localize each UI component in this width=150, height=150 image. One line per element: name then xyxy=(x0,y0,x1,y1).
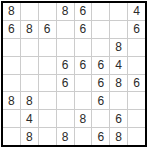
cell-r5c8[interactable]: 6 xyxy=(128,75,145,92)
cell-r7c8[interactable] xyxy=(128,110,145,127)
cell-r8c8[interactable] xyxy=(128,128,145,145)
cell-r2c8[interactable]: 6 xyxy=(128,21,145,38)
cell-r1c2[interactable] xyxy=(21,3,38,20)
cell-r3c5[interactable] xyxy=(75,39,92,56)
cell-r1c7[interactable] xyxy=(110,3,127,20)
cell-r6c1[interactable]: 8 xyxy=(3,92,20,109)
cell-r6c8[interactable] xyxy=(128,92,145,109)
cell-r2c6[interactable] xyxy=(92,21,109,38)
cell-r5c7[interactable]: 8 xyxy=(110,75,127,92)
cell-r2c2[interactable]: 8 xyxy=(21,21,38,38)
cell-r6c3[interactable] xyxy=(39,92,56,109)
cell-r5c1[interactable] xyxy=(3,75,20,92)
cell-r4c2[interactable] xyxy=(21,57,38,74)
cell-r1c1[interactable]: 8 xyxy=(3,3,20,20)
cell-r7c6[interactable] xyxy=(92,110,109,127)
cell-r1c6[interactable] xyxy=(92,3,109,20)
cell-r3c4[interactable] xyxy=(57,39,74,56)
cell-r7c1[interactable] xyxy=(3,110,20,127)
cell-r5c4[interactable]: 6 xyxy=(57,75,74,92)
cell-r5c6[interactable]: 6 xyxy=(92,75,109,92)
cell-r2c7[interactable] xyxy=(110,21,127,38)
cell-r8c5[interactable] xyxy=(75,128,92,145)
cell-r4c8[interactable] xyxy=(128,57,145,74)
cell-r5c3[interactable] xyxy=(39,75,56,92)
cell-r2c3[interactable]: 6 xyxy=(39,21,56,38)
cell-r1c5[interactable]: 6 xyxy=(75,3,92,20)
cell-r8c6[interactable]: 6 xyxy=(92,128,109,145)
cell-r3c1[interactable] xyxy=(3,39,20,56)
cell-r8c1[interactable] xyxy=(3,128,20,145)
cell-r7c2[interactable]: 4 xyxy=(21,110,38,127)
cell-r4c1[interactable] xyxy=(3,57,20,74)
cell-r4c3[interactable] xyxy=(39,57,56,74)
cell-r3c8[interactable] xyxy=(128,39,145,56)
cell-r7c3[interactable] xyxy=(39,110,56,127)
cell-r4c7[interactable]: 4 xyxy=(110,57,127,74)
cell-r2c4[interactable] xyxy=(57,21,74,38)
sudoku-board-frame: 8864686668666466868864868868 xyxy=(1,1,147,147)
cell-r4c5[interactable]: 6 xyxy=(75,57,92,74)
cell-r1c4[interactable]: 8 xyxy=(57,3,74,20)
cell-r2c5[interactable]: 6 xyxy=(75,21,92,38)
cell-r7c7[interactable]: 6 xyxy=(110,110,127,127)
cell-r6c5[interactable] xyxy=(75,92,92,109)
cell-r3c2[interactable] xyxy=(21,39,38,56)
cell-r2c1[interactable]: 6 xyxy=(3,21,20,38)
cell-r6c2[interactable]: 8 xyxy=(21,92,38,109)
cell-r3c3[interactable] xyxy=(39,39,56,56)
cell-r7c5[interactable]: 8 xyxy=(75,110,92,127)
cell-r3c7[interactable]: 8 xyxy=(110,39,127,56)
cell-r4c4[interactable]: 6 xyxy=(57,57,74,74)
cell-r1c8[interactable]: 4 xyxy=(128,3,145,20)
cell-r5c5[interactable] xyxy=(75,75,92,92)
cell-r8c7[interactable]: 8 xyxy=(110,128,127,145)
cell-r1c3[interactable] xyxy=(39,3,56,20)
cell-r4c6[interactable]: 6 xyxy=(92,57,109,74)
cell-r7c4[interactable] xyxy=(57,110,74,127)
cell-r8c3[interactable] xyxy=(39,128,56,145)
cell-r6c6[interactable]: 6 xyxy=(92,92,109,109)
cell-r8c2[interactable]: 8 xyxy=(21,128,38,145)
cell-r6c7[interactable] xyxy=(110,92,127,109)
sudoku-board: 8864686668666466868864868868 xyxy=(1,1,147,147)
cell-r8c4[interactable]: 8 xyxy=(57,128,74,145)
cell-r3c6[interactable] xyxy=(92,39,109,56)
cell-r6c4[interactable] xyxy=(57,92,74,109)
cell-r5c2[interactable] xyxy=(21,75,38,92)
